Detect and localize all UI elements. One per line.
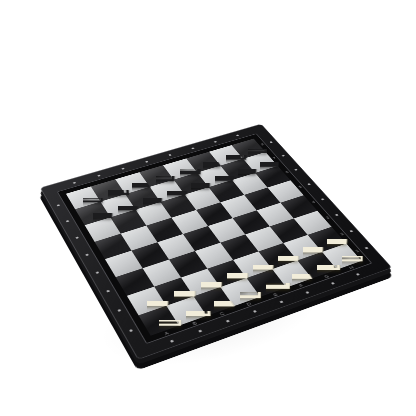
frame-stud	[279, 300, 283, 303]
perspective-scene: A1B2C3D4E5F6G7H8 ♜♞♝♛♚♝♞♜♟♟♟♟♟♟♟♟♟♟♟♟♟♟♟…	[0, 0, 416, 416]
frame-stud	[225, 319, 229, 322]
frame-stud	[65, 220, 69, 222]
frame-stud	[355, 273, 359, 276]
frame-stud	[252, 310, 256, 313]
frame-stud	[197, 329, 201, 332]
frame-stud	[305, 291, 309, 294]
frame-stud	[330, 282, 334, 285]
file-label-a: A	[164, 331, 170, 336]
frame-stud	[294, 169, 298, 171]
frame-stud	[128, 329, 132, 332]
chess-board: A1B2C3D4E5F6G7H8 ♜♞♝♛♚♝♞♜♟♟♟♟♟♟♟♟♟♟♟♟♟♟♟…	[40, 124, 393, 360]
file-label-b: B	[192, 321, 198, 326]
product-photo-scene: A1B2C3D4E5F6G7H8 ♜♞♝♛♚♝♞♜♟♟♟♟♟♟♟♟♟♟♟♟♟♟♟…	[0, 0, 416, 416]
frame-stud	[75, 236, 79, 238]
frame-stud	[169, 339, 173, 342]
